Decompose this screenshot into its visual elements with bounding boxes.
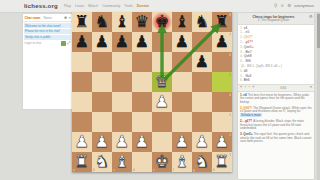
move-comments: 1. e4The best first move for beginners. … [238, 92, 314, 147]
study-panel: Chess traps for beginners 2. The Wayward… [237, 12, 315, 180]
chat-messages: Welcome to the chat room!Please be nice … [23, 22, 72, 40]
square-f8[interactable]: ♝ [172, 12, 192, 32]
piece-white-queen[interactable]: ♛ [152, 72, 172, 92]
piece-white-knight[interactable]: ♞ [92, 152, 112, 172]
move-san: e5 [246, 30, 250, 34]
study-header: Chess traps for beginners 2. The Wayward… [238, 13, 314, 25]
square-g3[interactable] [192, 112, 212, 132]
board-squares: ♜♞♝♛♚♝♞♜8♟♟♟♟♟♟7♟6♛5♟43♟♟♟♟♟♟♟2♜a♞b♝cd♚e… [72, 12, 232, 172]
move-number: 1. [240, 26, 243, 30]
square-f5[interactable] [172, 72, 192, 92]
square-c7[interactable]: ♟ [112, 32, 132, 52]
square-g8[interactable]: ♞ [192, 12, 212, 32]
piece-black-pawn[interactable]: ♟ [192, 52, 212, 72]
square-d6[interactable] [132, 52, 152, 72]
piece-white-pawn[interactable]: ♟ [172, 132, 192, 152]
square-e5[interactable]: ♛ [152, 72, 172, 92]
square-f4[interactable] [172, 92, 192, 112]
move-san: (4... Bf6 5. Qxg8+ Bf8 6. d4 +-) [241, 64, 282, 68]
piece-black-bishop[interactable]: ♝ [112, 12, 132, 32]
piece-black-rook[interactable]: ♜ [72, 12, 92, 32]
square-a4[interactable] [72, 92, 92, 112]
move-san: d3 [244, 69, 248, 73]
square-h5[interactable]: 5 [212, 72, 232, 92]
square-h2[interactable]: ♟2 [212, 132, 232, 152]
lichess-logo[interactable]: lichess.org [24, 3, 58, 9]
next-move-button[interactable]: › [248, 86, 249, 90]
check-highlight [152, 12, 172, 32]
square-e6[interactable] [152, 52, 172, 72]
square-h1[interactable]: ♜h1 [212, 152, 232, 172]
move-toolbar: « ‹ › » 6/34 ≡ [238, 84, 314, 92]
square-h6[interactable]: 6 [212, 52, 232, 72]
tab-chat-room[interactable]: Chat room [25, 16, 41, 20]
square-b4[interactable] [92, 92, 112, 112]
square-a8[interactable]: ♜ [72, 12, 92, 32]
move-san: g6?? [246, 40, 253, 44]
nav-item-watch[interactable]: Watch [88, 4, 98, 8]
chat-resize-icon[interactable]: ⤢ [67, 41, 70, 45]
move-san: Qxh8 [244, 54, 252, 58]
chat-message: Welcome to the chat room! [24, 23, 71, 28]
square-e7[interactable] [152, 32, 172, 52]
move-list: 1.e41...e52.Qh5?!2...g6??3.Qxe5+3...Be74… [238, 25, 314, 85]
square-b7[interactable]: ♟ [92, 32, 112, 52]
chat-members-icon[interactable]: ⚉ [64, 16, 67, 20]
piece-black-bishop[interactable]: ♝ [172, 12, 192, 32]
move-comment: 2. Qh5?!The Wayward Queen attack. White … [240, 107, 312, 118]
move-number: 3... [240, 50, 245, 54]
header-right: ⚲ ⚔ ⚙ anonymous [274, 4, 314, 9]
piece-white-bishop[interactable]: ♝ [112, 152, 132, 172]
coord-file-d: d [133, 168, 135, 172]
square-d5[interactable] [132, 72, 152, 92]
coord-rank-7: 7 [229, 33, 231, 37]
move-menu-icon[interactable]: ≡ [310, 86, 312, 90]
square-d4[interactable] [132, 92, 152, 112]
chat-input-row: Login to chat ⤢ [23, 40, 72, 46]
piece-white-pawn[interactable]: ♟ [112, 132, 132, 152]
square-f7[interactable]: ♟ [172, 32, 192, 52]
move-number: 2... [240, 40, 245, 44]
move-item[interactable]: 6.Bh6 [240, 78, 312, 83]
square-b2[interactable]: ♟ [92, 132, 112, 152]
piece-white-pawn[interactable]: ♟ [72, 132, 92, 152]
piece-black-pawn[interactable]: ♟ [132, 32, 152, 52]
square-e4[interactable]: ♟ [152, 92, 172, 112]
square-h3[interactable]: 3 [212, 112, 232, 132]
square-b5[interactable] [92, 72, 112, 92]
coord-file-h: h [213, 168, 215, 172]
square-d2[interactable]: ♟ [132, 132, 152, 152]
move-number: 2. [240, 35, 243, 39]
square-a1[interactable]: ♜a [72, 152, 92, 172]
piece-black-pawn[interactable]: ♟ [172, 32, 192, 52]
coord-rank-5: 5 [229, 73, 231, 77]
piece-black-pawn[interactable]: ♟ [112, 32, 132, 52]
piece-white-rook[interactable]: ♜ [72, 152, 92, 172]
square-b8[interactable]: ♞ [92, 12, 112, 32]
comment-move[interactable]: 1. e4 [240, 93, 247, 97]
coord-file-b: b [93, 168, 95, 172]
piece-black-pawn[interactable]: ♟ [72, 32, 92, 52]
move-number: 3. [240, 45, 243, 49]
move-san: Be7 [246, 50, 252, 54]
square-e8[interactable]: ♚ [152, 12, 172, 32]
coord-file-e: e [153, 168, 155, 172]
chat-message: Please be nice in the chat! [24, 29, 71, 34]
comment-move[interactable]: 2... g6?? [240, 119, 252, 123]
last-move-button[interactable]: » [252, 86, 254, 90]
chat-toggle-icon[interactable]: ▾ [69, 16, 71, 20]
square-b3[interactable] [92, 112, 112, 132]
coord-file-a: a [73, 168, 75, 172]
move-number: 5... [240, 74, 245, 78]
square-b6[interactable] [92, 52, 112, 72]
move-san: Bh6 [244, 78, 250, 82]
square-f1[interactable]: ♝f [172, 152, 192, 172]
chat-tabs: Chat room Notes ⚉ ▾ [23, 14, 72, 22]
square-f2[interactable]: ♟ [172, 132, 192, 152]
nav-item-community[interactable]: Community [102, 4, 120, 8]
square-e2[interactable] [152, 132, 172, 152]
square-a7[interactable]: ♟ [72, 32, 92, 52]
move-san: Nf6 [246, 59, 251, 63]
square-f6[interactable] [172, 52, 192, 72]
piece-white-pawn[interactable]: ♟ [212, 132, 232, 152]
coord-rank-3: 3 [229, 113, 231, 117]
comment-move[interactable]: 3. Qxe5+ [240, 132, 252, 136]
piece-black-knight[interactable]: ♞ [192, 12, 212, 32]
piece-black-queen[interactable]: ♛ [132, 12, 152, 32]
chapter-position-label: 6/34 [280, 86, 286, 90]
square-d1[interactable]: d [132, 152, 152, 172]
square-g2[interactable]: ♟ [192, 132, 212, 152]
nav-item-donate[interactable]: Donate [137, 4, 149, 8]
coord-rank-8: 8 [229, 13, 231, 17]
move-number: 1... [240, 30, 245, 34]
square-d8[interactable]: ♛ [132, 12, 152, 32]
square-c1[interactable]: ♝c [112, 152, 132, 172]
piece-black-knight[interactable]: ♞ [92, 12, 112, 32]
move-comment: 2... g6??A losing blunder. Black stops t… [240, 120, 312, 131]
coord-rank-2: 2 [229, 133, 231, 137]
square-e1[interactable]: ♚e [152, 152, 172, 172]
piece-white-pawn[interactable]: ♟ [92, 132, 112, 152]
first-move-button[interactable]: « [240, 86, 242, 90]
square-c2[interactable]: ♟ [112, 132, 132, 152]
nav-item-tools[interactable]: Tools [124, 4, 132, 8]
square-a5[interactable] [72, 72, 92, 92]
chat-send-button[interactable] [61, 41, 66, 46]
square-c6[interactable] [112, 52, 132, 72]
square-c8[interactable]: ♝ [112, 12, 132, 32]
chat-message: Study chat is public [24, 35, 71, 40]
chat-login-hint[interactable]: Login to chat [25, 41, 42, 45]
move-comment: 3. Qxe5+The royal fork: the queen gives … [240, 133, 312, 144]
square-b1[interactable]: ♞b [92, 152, 112, 172]
chess-board: ♜♞♝♛♚♝♞♜8♟♟♟♟♟♟7♟6♛5♟43♟♟♟♟♟♟♟2♜a♞b♝cd♚e… [72, 12, 232, 172]
move-number: 4... [240, 59, 245, 63]
square-a3[interactable] [72, 112, 92, 132]
square-d7[interactable]: ♟ [132, 32, 152, 52]
piece-white-rook[interactable]: ♜ [212, 152, 232, 172]
coord-file-g: g [193, 168, 195, 172]
square-h7[interactable]: ♟7 [212, 32, 232, 52]
piece-white-pawn[interactable]: ♟ [132, 132, 152, 152]
piece-white-knight[interactable]: ♞ [192, 152, 212, 172]
square-h4[interactable]: 4 [212, 92, 232, 112]
move-san: e4 [244, 26, 248, 30]
square-a2[interactable]: ♟ [72, 132, 92, 152]
move-number: 5. [240, 69, 243, 73]
square-e3[interactable] [152, 112, 172, 132]
move-comment: 1. e4The best first move for beginners. … [240, 94, 312, 105]
challenge-icon[interactable]: ⚔ [280, 4, 284, 9]
study-settings-icon[interactable]: ⚙ [309, 15, 313, 19]
username[interactable]: anonymous [294, 4, 314, 8]
square-h8[interactable]: ♜8 [212, 12, 232, 32]
square-c5[interactable] [112, 72, 132, 92]
coord-file-f: f [173, 168, 174, 172]
square-f3[interactable] [172, 112, 192, 132]
comment-link[interactable]: Scholar's mate [240, 113, 262, 117]
move-san: Qh5?! [244, 35, 253, 39]
square-d3[interactable] [132, 112, 152, 132]
square-a6[interactable] [72, 52, 92, 72]
coord-rank-4: 4 [229, 93, 231, 97]
square-g4[interactable] [192, 92, 212, 112]
coord-rank-6: 6 [229, 53, 231, 57]
move-number: 4. [240, 54, 243, 58]
square-g6[interactable]: ♟ [192, 52, 212, 72]
nav-item-play[interactable]: Play [64, 4, 71, 8]
square-g1[interactable]: ♞g [192, 152, 212, 172]
square-g7[interactable] [192, 32, 212, 52]
move-number: 6. [240, 78, 243, 82]
nav-item-learn[interactable]: Learn [75, 4, 84, 8]
prev-move-button[interactable]: ‹ [245, 86, 246, 90]
coord-file-c: c [113, 168, 115, 172]
chat-panel: Chat room Notes ⚉ ▾ Welcome to the chat … [22, 13, 73, 110]
piece-white-king[interactable]: ♚ [152, 152, 172, 172]
piece-white-bishop[interactable]: ♝ [172, 152, 192, 172]
piece-white-pawn[interactable]: ♟ [152, 92, 172, 112]
square-c3[interactable] [112, 112, 132, 132]
coord-rank-1: 1 [229, 153, 231, 157]
move-san: Qxe5+ [244, 45, 254, 49]
piece-black-pawn[interactable]: ♟ [92, 32, 112, 52]
settings-icon[interactable]: ⚙ [287, 4, 291, 9]
piece-black-rook[interactable]: ♜ [212, 12, 232, 32]
piece-black-pawn[interactable]: ♟ [212, 32, 232, 52]
main-nav: PlayLearnWatchCommunityToolsDonate [64, 4, 153, 8]
square-g5[interactable] [192, 72, 212, 92]
square-c4[interactable] [112, 92, 132, 112]
piece-white-pawn[interactable]: ♟ [192, 132, 212, 152]
comment-move[interactable]: 2. Qh5?! [240, 106, 252, 110]
search-icon[interactable]: ⚲ [274, 4, 277, 9]
study-chapter[interactable]: 2. The Wayward Queen [241, 19, 306, 23]
tab-notes[interactable]: Notes [43, 16, 51, 20]
move-san: Nc6 [246, 74, 252, 78]
